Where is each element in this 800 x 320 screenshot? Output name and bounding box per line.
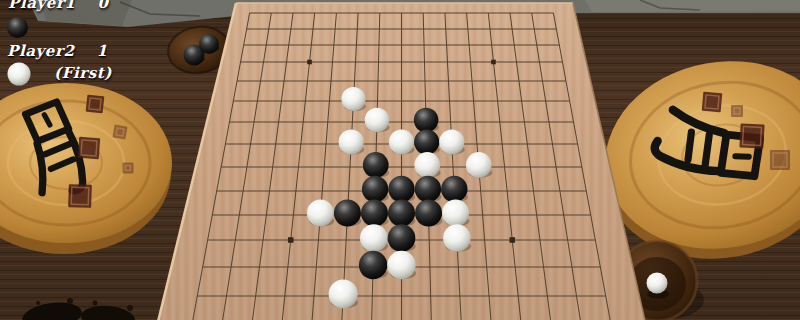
star-point	[510, 237, 516, 243]
seal-stamp	[112, 124, 127, 139]
stone-black[interactable]	[388, 176, 414, 202]
star-point	[288, 237, 294, 243]
stone-white[interactable]	[329, 279, 358, 308]
stone-black[interactable]	[361, 199, 388, 226]
player2-white-stone-icon	[8, 63, 31, 86]
stone-black[interactable]	[414, 108, 439, 133]
stone-white[interactable]	[341, 87, 365, 111]
game-window: Player1 0 Player2 1 (First)	[0, 0, 800, 320]
stone-white[interactable]	[439, 129, 464, 154]
stone-black[interactable]	[388, 199, 415, 226]
star-point	[491, 60, 496, 65]
stone-black[interactable]	[415, 176, 441, 202]
left-bowl-lid	[0, 83, 172, 254]
seal-stamp	[731, 105, 743, 117]
player2-first-label: (First)	[54, 64, 112, 82]
stone-black[interactable]	[441, 176, 467, 202]
stone-white[interactable]	[442, 199, 469, 226]
player2-score: 1	[97, 42, 108, 60]
board-scene	[0, 0, 800, 320]
stone-white[interactable]	[387, 251, 415, 279]
stone-white[interactable]	[389, 129, 414, 154]
stone-white[interactable]	[443, 224, 471, 252]
player1-label: Player1	[8, 0, 76, 12]
bowl-white-stone	[647, 273, 668, 294]
stone-black[interactable]	[362, 176, 388, 202]
stone-black[interactable]	[414, 129, 439, 154]
player1-row: Player1 0	[8, 0, 109, 12]
seal-stamp	[78, 137, 100, 159]
seal-stamp	[770, 150, 790, 170]
stone-white[interactable]	[307, 199, 334, 226]
stone-black[interactable]	[415, 199, 442, 226]
seal-stamp	[702, 92, 723, 113]
bottom-left-dark-lid	[20, 298, 135, 320]
seal-stamp	[123, 163, 134, 174]
stone-white[interactable]	[414, 152, 440, 178]
stone-white[interactable]	[360, 224, 388, 252]
seal-stamp	[68, 184, 92, 208]
tray-black-stone	[199, 34, 219, 54]
stone-white[interactable]	[339, 129, 364, 154]
player2-row: Player2 1	[7, 42, 108, 60]
player2-label: Player2	[7, 42, 75, 60]
stone-white[interactable]	[466, 152, 492, 178]
stone-black[interactable]	[363, 152, 389, 178]
player1-score: 0	[98, 0, 109, 12]
star-point	[307, 60, 312, 65]
stone-white[interactable]	[365, 108, 390, 133]
stone-black[interactable]	[359, 251, 387, 279]
stone-black[interactable]	[334, 199, 361, 226]
stone-black[interactable]	[388, 224, 416, 252]
seal-stamp	[86, 95, 105, 114]
player1-black-stone-icon	[7, 17, 28, 38]
seal-stamp	[739, 123, 764, 148]
